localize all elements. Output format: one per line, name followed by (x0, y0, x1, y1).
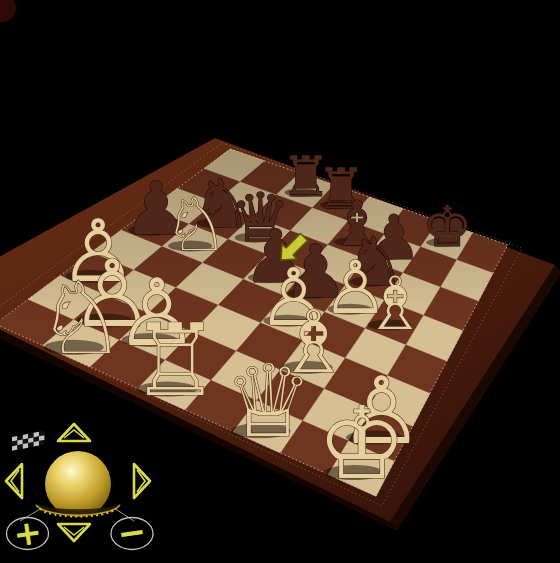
piece-white-queen-f1[interactable]: ♕ (224, 343, 314, 460)
piece-white-rook-d1[interactable]: ♖ (130, 302, 220, 419)
trackball-sphere[interactable] (45, 451, 111, 517)
piece-black-king-g8[interactable]: ♚ (422, 194, 472, 259)
piece-white-knight-b1[interactable]: ♘ (37, 260, 127, 377)
piece-white-bishop-g5[interactable]: ♗ (362, 261, 428, 346)
zoom-in-label: + (11, 511, 45, 555)
scene-svg: ♜♜♚♝♟♞♛♞♟♟♟♘♙♗♙♙♗♙♙♙♘♖♕♔+− (0, 0, 560, 563)
chess-3d-stage: ♜♜♚♝♟♞♛♞♟♟♟♘♙♗♙♙♗♙♙♙♘♖♕♔+− (0, 0, 560, 563)
zoom-out-label: − (115, 510, 149, 554)
piece-white-knight-b5[interactable]: ♘ (163, 182, 229, 267)
piece-white-king-h1[interactable]: ♔ (317, 385, 407, 502)
